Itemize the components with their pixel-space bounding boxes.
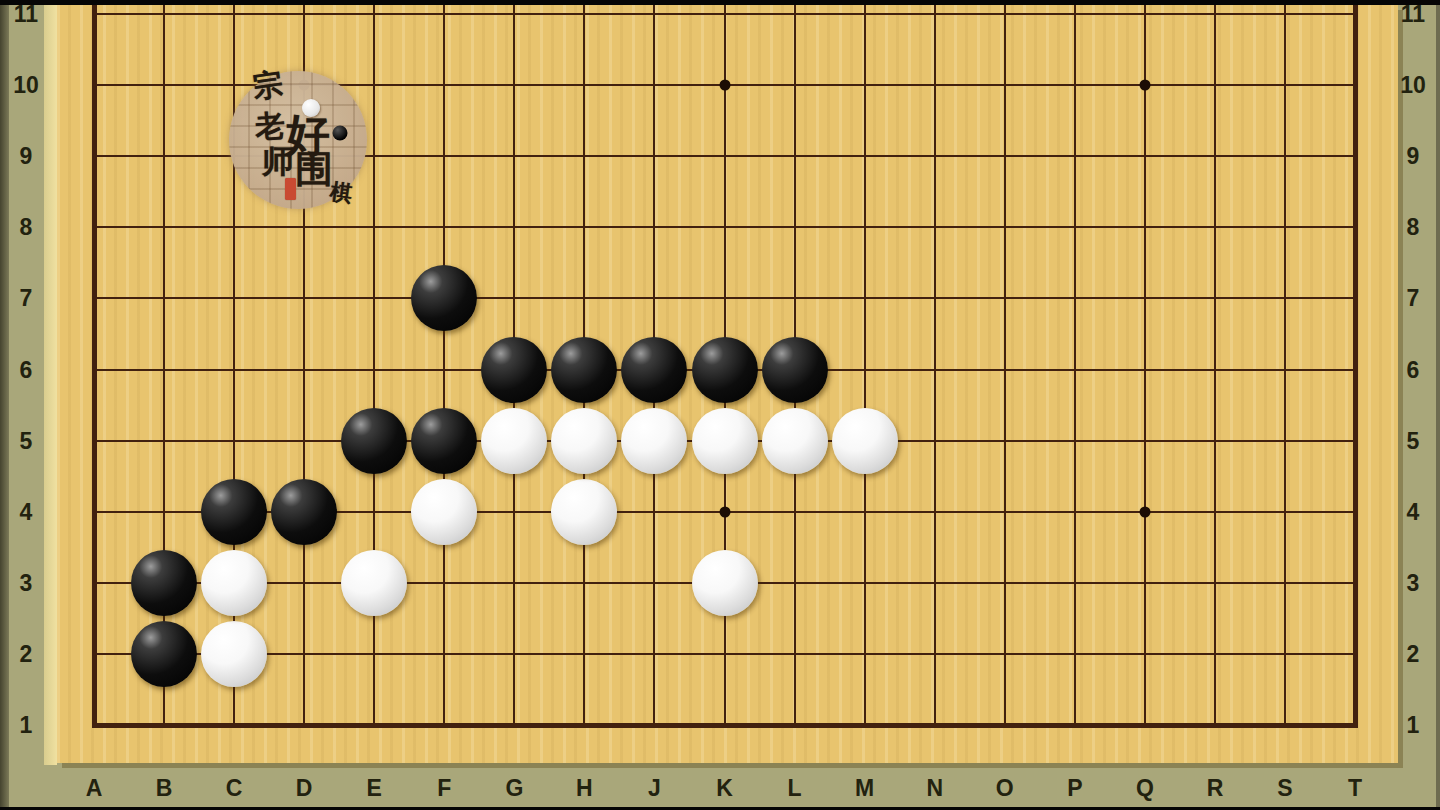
black-stone	[271, 479, 337, 545]
logo-character: 围	[295, 144, 333, 195]
column-label: M	[855, 775, 874, 802]
star-point	[1139, 80, 1150, 91]
column-label: P	[1067, 775, 1082, 802]
black-stone	[341, 408, 407, 474]
white-stone	[692, 408, 758, 474]
letterbox-top	[0, 0, 1440, 5]
board-edge-highlight	[44, 5, 57, 765]
column-label: C	[226, 775, 243, 802]
teacher-zong-go-logo: 宗老师好围棋	[229, 71, 367, 209]
column-label: S	[1277, 775, 1292, 802]
column-label: D	[296, 775, 313, 802]
row-label: 8	[1407, 214, 1420, 241]
black-stone	[692, 337, 758, 403]
white-stone	[201, 621, 267, 687]
grid-vertical-line	[1214, 5, 1216, 728]
column-label: Q	[1136, 775, 1154, 802]
white-stone	[481, 408, 547, 474]
column-label: H	[576, 775, 593, 802]
grid-vertical-line	[1074, 5, 1076, 728]
row-label: 1	[20, 712, 33, 739]
white-stone	[341, 550, 407, 616]
column-label: E	[367, 775, 382, 802]
column-label: T	[1348, 775, 1362, 802]
white-stone	[551, 479, 617, 545]
go-board-screenshot: 1234567891011 1234567891011 ABCDEFGHJKLM…	[0, 0, 1440, 810]
black-stone	[201, 479, 267, 545]
row-label: 6	[20, 356, 33, 383]
black-stone	[411, 265, 477, 331]
grid-vertical-line	[92, 5, 97, 728]
black-stone	[621, 337, 687, 403]
grid-horizontal-line	[92, 226, 1358, 228]
column-label: G	[505, 775, 523, 802]
screen-right-shadow	[1436, 0, 1440, 810]
row-label: 8	[20, 214, 33, 241]
grid-horizontal-line	[92, 723, 1358, 728]
row-label: 6	[1407, 356, 1420, 383]
row-label: 4	[20, 498, 33, 525]
row-label: 10	[1400, 72, 1426, 99]
logo-character: 棋	[328, 177, 354, 210]
grid-horizontal-line	[92, 653, 1358, 655]
row-label: 5	[1407, 427, 1420, 454]
column-label: K	[716, 775, 733, 802]
column-label: A	[86, 775, 103, 802]
black-stone	[411, 408, 477, 474]
grid-vertical-line	[373, 5, 375, 728]
white-stone	[692, 550, 758, 616]
grid-vertical-line	[1144, 5, 1146, 728]
white-stone	[411, 479, 477, 545]
white-stone	[762, 408, 828, 474]
black-stone	[481, 337, 547, 403]
screen-left-shadow	[0, 0, 9, 810]
grid-vertical-line	[864, 5, 866, 728]
column-label: L	[788, 775, 802, 802]
grid-vertical-line	[1353, 5, 1358, 728]
row-label: 7	[20, 285, 33, 312]
column-label: B	[156, 775, 173, 802]
grid-horizontal-line	[92, 13, 1358, 15]
logo-character: 宗	[250, 64, 285, 109]
grid-vertical-line	[1004, 5, 1006, 728]
grid-horizontal-line	[92, 297, 1358, 299]
white-stone	[621, 408, 687, 474]
column-label: R	[1207, 775, 1224, 802]
white-stone	[201, 550, 267, 616]
row-label: 2	[20, 640, 33, 667]
logo-red-seal-icon	[285, 178, 296, 200]
row-label: 10	[13, 72, 39, 99]
white-stone	[551, 408, 617, 474]
white-stone	[832, 408, 898, 474]
column-label: J	[648, 775, 661, 802]
star-point	[719, 506, 730, 517]
column-label: O	[996, 775, 1014, 802]
star-point	[1139, 506, 1150, 517]
grid-vertical-line	[934, 5, 936, 728]
black-stone	[131, 550, 197, 616]
black-stone	[551, 337, 617, 403]
row-label: 2	[1407, 640, 1420, 667]
black-stone	[131, 621, 197, 687]
row-label: 9	[1407, 143, 1420, 170]
logo-black-stone-icon	[333, 126, 348, 141]
row-label: 9	[20, 143, 33, 170]
row-label: 3	[1407, 569, 1420, 596]
row-label: 1	[1407, 712, 1420, 739]
grid-vertical-line	[1284, 5, 1286, 728]
column-label: N	[926, 775, 943, 802]
logo-white-stone-icon	[302, 99, 320, 117]
column-label: F	[437, 775, 451, 802]
grid-vertical-line	[163, 5, 165, 728]
row-label: 7	[1407, 285, 1420, 312]
row-label: 5	[20, 427, 33, 454]
row-label: 3	[20, 569, 33, 596]
grid-vertical-line	[443, 5, 445, 728]
star-point	[719, 80, 730, 91]
black-stone	[762, 337, 828, 403]
row-label: 4	[1407, 498, 1420, 525]
